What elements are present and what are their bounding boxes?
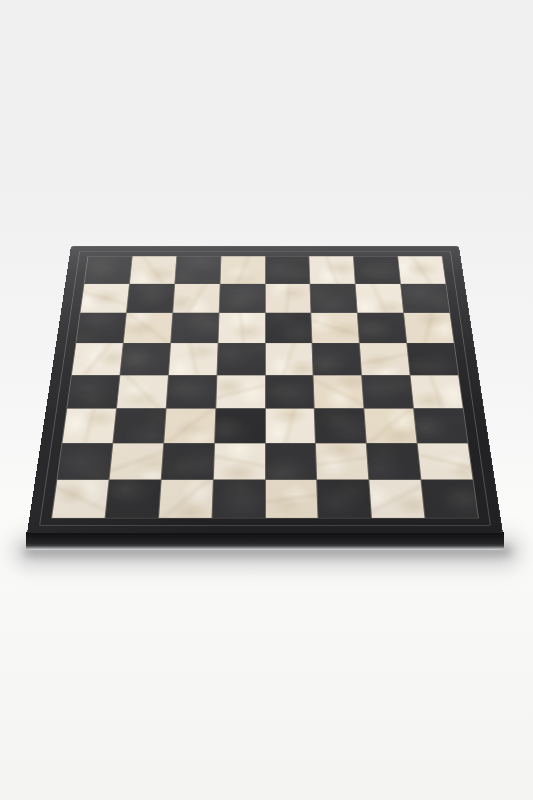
board-square-r7c2 (109, 443, 163, 479)
board-square-r6c6 (315, 408, 366, 442)
board-square-r4c1 (72, 343, 123, 374)
board-square-r7c3 (161, 443, 213, 479)
board-square-r8c2 (105, 480, 160, 518)
board-grid (51, 256, 479, 518)
board-square-r1c7 (354, 256, 400, 283)
board-square-r8c1 (52, 480, 108, 518)
board-square-r6c3 (164, 408, 215, 442)
board-square-r8c6 (318, 480, 372, 518)
board-square-r1c1 (85, 256, 132, 283)
board-edge-face (26, 532, 504, 550)
board-square-r7c7 (367, 443, 421, 479)
board-square-r6c4 (215, 408, 265, 442)
studio-backdrop (0, 0, 533, 800)
board-square-r4c7 (360, 343, 410, 374)
board-square-r8c4 (212, 480, 264, 518)
board-square-r5c5 (265, 375, 314, 408)
board-square-r5c8 (411, 375, 463, 408)
board-square-r8c5 (265, 480, 317, 518)
board-square-r1c2 (130, 256, 176, 283)
board-square-r4c5 (265, 343, 312, 374)
board-square-r6c2 (113, 408, 165, 442)
board-square-r7c8 (418, 443, 473, 479)
board-square-r4c6 (313, 343, 362, 374)
board-square-r2c8 (401, 284, 449, 313)
board-square-r1c5 (265, 256, 309, 283)
board-square-r6c7 (365, 408, 417, 442)
board-square-r3c8 (404, 313, 454, 343)
board-square-r3c1 (76, 313, 126, 343)
board-square-r3c5 (265, 313, 311, 343)
board-square-r5c2 (117, 375, 168, 408)
board-square-r8c3 (159, 480, 213, 518)
board-square-r2c4 (219, 284, 264, 313)
board-square-r8c8 (422, 480, 478, 518)
board-square-r3c4 (218, 313, 264, 343)
board-square-r2c3 (173, 284, 219, 313)
board-square-r7c5 (265, 443, 316, 479)
board-square-r2c1 (81, 284, 129, 313)
board-square-r1c3 (175, 256, 220, 283)
board-square-r2c2 (127, 284, 174, 313)
board-square-r5c7 (362, 375, 413, 408)
board-square-r1c4 (220, 256, 264, 283)
board-square-r6c1 (63, 408, 116, 442)
board-square-r1c6 (310, 256, 355, 283)
board-square-r3c7 (358, 313, 406, 343)
board-square-r2c6 (311, 284, 357, 313)
board-square-r3c6 (312, 313, 359, 343)
board-square-r5c3 (166, 375, 216, 408)
board-square-r6c5 (265, 408, 315, 442)
board-square-r3c2 (124, 313, 172, 343)
board-square-r2c5 (265, 284, 310, 313)
board-square-r7c1 (57, 443, 112, 479)
board-square-r7c4 (213, 443, 264, 479)
board-square-r5c6 (314, 375, 364, 408)
board-square-r3c3 (171, 313, 218, 343)
board-square-r4c2 (120, 343, 170, 374)
board-square-r5c4 (216, 375, 265, 408)
board-square-r8c7 (370, 480, 425, 518)
board-square-r2c7 (356, 284, 403, 313)
board-square-r4c8 (407, 343, 458, 374)
board-square-r1c8 (398, 256, 445, 283)
board-square-r7c6 (316, 443, 368, 479)
board-square-r4c4 (217, 343, 264, 374)
board-square-r5c1 (67, 375, 119, 408)
board-square-r4c3 (169, 343, 218, 374)
board-square-r6c8 (414, 408, 467, 442)
chess-board (27, 246, 503, 533)
